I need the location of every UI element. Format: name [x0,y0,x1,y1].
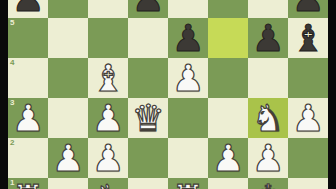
square-a4[interactable]: 4 [8,58,48,98]
square-c6[interactable] [88,0,128,18]
square-e4[interactable]: ♟ [168,58,208,98]
square-g3[interactable]: ♞ [248,98,288,138]
square-b4[interactable] [48,58,88,98]
white-pawn[interactable]: ♟ [211,139,244,177]
square-h6[interactable]: ♟ [288,0,328,18]
white-pawn[interactable]: ♟ [11,99,44,137]
square-f5[interactable] [208,18,248,58]
white-knight[interactable]: ♞ [251,99,284,137]
video-frame: ♟♟♟5♟♟♝4♝♟3♟♟♛♞♟2♟♟♟♟1♜♞♜♚ ★ [0,0,336,189]
black-pawn[interactable]: ♟ [291,0,324,17]
square-d6[interactable]: ♟ [128,0,168,18]
white-pawn[interactable]: ♟ [91,99,124,137]
square-c1[interactable]: ♞ [88,178,128,189]
square-e6[interactable] [168,0,208,18]
square-h5[interactable]: ♝ [288,18,328,58]
square-g6[interactable] [248,0,288,18]
letterbox-left [0,0,8,189]
rank-label-4: 4 [10,59,14,67]
letterbox-right [328,0,336,189]
black-pawn[interactable]: ♟ [171,19,204,57]
square-c2[interactable]: ♟ [88,138,128,178]
black-pawn[interactable]: ♟ [11,0,44,17]
square-b6[interactable] [48,0,88,18]
rank-label-5: 5 [10,19,14,27]
square-e5[interactable]: ♟ [168,18,208,58]
square-f6[interactable] [208,0,248,18]
square-h1[interactable] [288,178,328,189]
square-h3[interactable]: ♟ [288,98,328,138]
square-a3[interactable]: 3♟ [8,98,48,138]
square-e2[interactable] [168,138,208,178]
white-bishop[interactable]: ♝ [91,59,124,97]
square-d2[interactable] [128,138,168,178]
white-pawn[interactable]: ♟ [171,59,204,97]
white-pawn[interactable]: ♟ [91,139,124,177]
square-c4[interactable]: ♝ [88,58,128,98]
square-f2[interactable]: ♟ [208,138,248,178]
white-king[interactable]: ♚ [251,179,284,189]
square-a5[interactable]: 5 [8,18,48,58]
white-queen[interactable]: ♛ [131,99,164,137]
white-rook[interactable]: ♜ [171,179,204,189]
black-pawn[interactable]: ♟ [131,0,164,17]
black-pawn[interactable]: ♟ [251,19,284,57]
square-c5[interactable] [88,18,128,58]
chess-board[interactable]: ♟♟♟5♟♟♝4♝♟3♟♟♛♞♟2♟♟♟♟1♜♞♜♚ [8,0,328,189]
square-e1[interactable]: ♜ [168,178,208,189]
square-h2[interactable] [288,138,328,178]
square-f1[interactable] [208,178,248,189]
square-d4[interactable] [128,58,168,98]
square-d3[interactable]: ♛ [128,98,168,138]
square-g5[interactable]: ♟ [248,18,288,58]
white-rook[interactable]: ♜ [11,179,44,189]
square-h4[interactable] [288,58,328,98]
square-b3[interactable] [48,98,88,138]
rank-label-1: 1 [10,179,14,187]
rank-label-2: 2 [10,139,14,147]
white-pawn[interactable]: ♟ [251,139,284,177]
square-f4[interactable] [208,58,248,98]
square-f3[interactable] [208,98,248,138]
square-g1[interactable]: ♚ [248,178,288,189]
square-b1[interactable] [48,178,88,189]
square-d5[interactable] [128,18,168,58]
square-g2[interactable]: ♟ [248,138,288,178]
square-a6[interactable]: ♟ [8,0,48,18]
square-e3[interactable] [168,98,208,138]
square-g4[interactable] [248,58,288,98]
square-b5[interactable] [48,18,88,58]
white-pawn[interactable]: ♟ [51,139,84,177]
white-knight[interactable]: ♞ [91,179,124,189]
square-d1[interactable] [128,178,168,189]
square-c3[interactable]: ♟ [88,98,128,138]
square-b2[interactable]: ♟ [48,138,88,178]
white-pawn[interactable]: ♟ [291,99,324,137]
black-bishop[interactable]: ♝ [291,19,324,57]
rank-label-3: 3 [10,99,14,107]
square-a1[interactable]: 1♜ [8,178,48,189]
square-a2[interactable]: 2 [8,138,48,178]
